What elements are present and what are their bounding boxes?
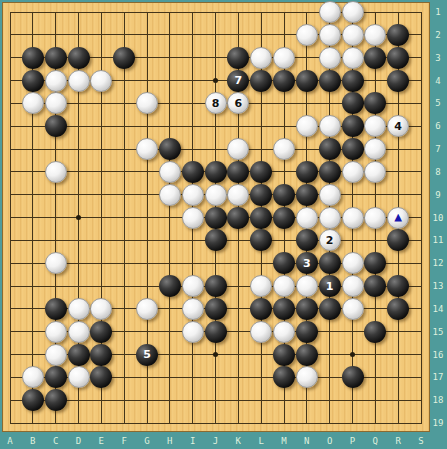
black-stone-move-3[interactable]: 3 [296, 252, 318, 274]
black-stone[interactable] [319, 298, 341, 320]
white-stone[interactable] [250, 47, 272, 69]
star-point [213, 78, 218, 83]
column-label: R [391, 436, 405, 446]
grid-vertical-line [421, 12, 422, 424]
grid-horizontal-line [10, 400, 422, 401]
black-stone[interactable] [205, 229, 227, 251]
white-stone[interactable] [319, 115, 341, 137]
star-point [213, 352, 218, 357]
white-stone[interactable] [342, 161, 364, 183]
row-label: 10 [430, 213, 446, 223]
white-stone[interactable] [273, 321, 295, 343]
black-stone[interactable] [296, 70, 318, 92]
black-stone[interactable] [45, 389, 67, 411]
move-number-label: 8 [212, 98, 220, 109]
star-point [350, 352, 355, 357]
black-stone[interactable] [250, 207, 272, 229]
black-stone[interactable] [90, 344, 112, 366]
white-stone[interactable] [45, 321, 67, 343]
black-stone[interactable] [342, 92, 364, 114]
white-stone[interactable] [364, 207, 386, 229]
triangle-marker-icon: ▲ [394, 210, 402, 223]
white-stone[interactable] [68, 70, 90, 92]
grid-vertical-line [10, 12, 11, 424]
column-label: L [254, 436, 268, 446]
row-label: 7 [430, 144, 446, 154]
black-stone[interactable] [250, 70, 272, 92]
white-stone[interactable] [319, 24, 341, 46]
black-stone-move-7[interactable]: 7 [227, 70, 249, 92]
column-label: K [231, 436, 245, 446]
move-number-label: 6 [235, 98, 243, 109]
column-label: H [163, 436, 177, 446]
white-stone[interactable] [45, 252, 67, 274]
white-stone[interactable] [319, 1, 341, 23]
column-label: D [72, 436, 86, 446]
white-stone[interactable] [342, 47, 364, 69]
white-stone[interactable] [136, 138, 158, 160]
white-stone[interactable] [342, 1, 364, 23]
move-number-label: 2 [326, 235, 334, 246]
black-stone[interactable] [227, 47, 249, 69]
star-point [76, 215, 81, 220]
column-label: P [346, 436, 360, 446]
white-stone[interactable] [319, 184, 341, 206]
black-stone[interactable] [227, 207, 249, 229]
white-stone[interactable] [342, 252, 364, 274]
black-stone[interactable] [159, 138, 181, 160]
black-stone[interactable] [68, 47, 90, 69]
black-stone[interactable] [22, 47, 44, 69]
black-stone[interactable] [296, 229, 318, 251]
move-number-label: 5 [143, 349, 151, 360]
white-stone[interactable] [364, 161, 386, 183]
white-stone[interactable] [250, 321, 272, 343]
black-stone[interactable] [319, 138, 341, 160]
black-stone[interactable] [296, 321, 318, 343]
column-label: Q [368, 436, 382, 446]
black-stone[interactable] [45, 47, 67, 69]
column-label: F [117, 436, 131, 446]
grid-horizontal-line [10, 423, 422, 424]
white-stone[interactable] [45, 70, 67, 92]
white-stone[interactable] [159, 161, 181, 183]
white-stone[interactable] [182, 184, 204, 206]
black-stone[interactable] [22, 389, 44, 411]
black-stone[interactable] [273, 70, 295, 92]
move-number-label: 3 [303, 258, 311, 269]
black-stone-move-1[interactable]: 1 [319, 275, 341, 297]
white-stone[interactable] [22, 366, 44, 388]
black-stone[interactable] [227, 161, 249, 183]
white-stone[interactable] [296, 275, 318, 297]
white-stone-move-8[interactable]: 8 [205, 92, 227, 114]
white-stone[interactable] [273, 47, 295, 69]
black-stone[interactable] [250, 298, 272, 320]
row-label: 8 [430, 167, 446, 177]
black-stone[interactable] [205, 321, 227, 343]
white-stone[interactable] [68, 321, 90, 343]
black-stone[interactable] [296, 344, 318, 366]
row-label: 5 [430, 98, 446, 108]
white-stone[interactable] [227, 184, 249, 206]
black-stone[interactable] [319, 70, 341, 92]
row-label: 17 [430, 372, 446, 382]
black-stone[interactable] [45, 366, 67, 388]
column-label: O [323, 436, 337, 446]
black-stone[interactable] [45, 115, 67, 137]
white-stone[interactable] [342, 24, 364, 46]
black-stone[interactable] [342, 366, 364, 388]
white-stone[interactable] [90, 298, 112, 320]
white-stone[interactable] [205, 184, 227, 206]
white-stone[interactable] [45, 344, 67, 366]
white-stone[interactable] [182, 321, 204, 343]
black-stone[interactable] [342, 138, 364, 160]
black-stone[interactable] [22, 70, 44, 92]
row-label: 4 [430, 76, 446, 86]
white-stone[interactable] [90, 70, 112, 92]
row-label: 19 [430, 418, 446, 428]
row-label: 15 [430, 327, 446, 337]
column-label: J [209, 436, 223, 446]
white-stone[interactable] [273, 138, 295, 160]
white-stone[interactable] [45, 92, 67, 114]
grid-vertical-line [124, 12, 125, 424]
column-label: E [94, 436, 108, 446]
white-stone[interactable] [45, 161, 67, 183]
black-stone[interactable] [45, 298, 67, 320]
black-stone[interactable] [182, 161, 204, 183]
black-stone[interactable] [364, 47, 386, 69]
black-stone[interactable] [364, 321, 386, 343]
black-stone[interactable] [68, 344, 90, 366]
white-stone[interactable] [296, 24, 318, 46]
column-label: C [49, 436, 63, 446]
white-stone[interactable] [342, 298, 364, 320]
white-stone[interactable] [342, 207, 364, 229]
black-stone[interactable] [296, 298, 318, 320]
white-stone[interactable] [182, 298, 204, 320]
white-stone[interactable] [22, 92, 44, 114]
column-label: N [300, 436, 314, 446]
black-stone[interactable] [387, 24, 409, 46]
grid-vertical-line [169, 12, 170, 424]
black-stone[interactable] [273, 207, 295, 229]
black-stone[interactable] [273, 252, 295, 274]
triangle-marked-stone[interactable]: ▲ [387, 207, 409, 229]
row-label: 14 [430, 304, 446, 314]
black-stone[interactable] [205, 207, 227, 229]
row-label: 16 [430, 350, 446, 360]
black-stone[interactable] [296, 184, 318, 206]
white-stone[interactable] [159, 184, 181, 206]
white-stone[interactable] [273, 275, 295, 297]
white-stone[interactable] [250, 275, 272, 297]
white-stone[interactable] [182, 275, 204, 297]
column-label: A [3, 436, 17, 446]
row-label: 6 [430, 121, 446, 131]
row-label: 1 [430, 7, 446, 17]
black-stone[interactable] [319, 161, 341, 183]
column-label: M [277, 436, 291, 446]
column-label: B [26, 436, 40, 446]
move-number-label: 4 [394, 121, 402, 132]
white-stone[interactable] [68, 298, 90, 320]
black-stone[interactable] [387, 298, 409, 320]
white-stone[interactable] [364, 24, 386, 46]
black-stone[interactable] [205, 161, 227, 183]
black-stone[interactable] [273, 298, 295, 320]
white-stone[interactable] [342, 275, 364, 297]
row-label: 12 [430, 258, 446, 268]
white-stone[interactable] [136, 298, 158, 320]
black-stone[interactable] [205, 275, 227, 297]
row-label: 9 [430, 190, 446, 200]
black-stone[interactable] [342, 70, 364, 92]
black-stone[interactable] [159, 275, 181, 297]
black-stone[interactable] [90, 321, 112, 343]
column-label: S [414, 436, 428, 446]
black-stone[interactable] [273, 184, 295, 206]
black-stone[interactable] [205, 298, 227, 320]
black-stone[interactable] [273, 344, 295, 366]
white-stone[interactable] [296, 115, 318, 137]
black-stone[interactable] [387, 70, 409, 92]
row-label: 13 [430, 281, 446, 291]
white-stone[interactable] [296, 207, 318, 229]
row-label: 18 [430, 395, 446, 405]
black-stone[interactable] [250, 161, 272, 183]
column-label: I [186, 436, 200, 446]
black-stone[interactable] [113, 47, 135, 69]
white-stone[interactable] [182, 207, 204, 229]
row-label: 2 [430, 30, 446, 40]
move-number-label: 7 [235, 75, 243, 86]
black-stone[interactable] [387, 47, 409, 69]
black-stone[interactable] [387, 275, 409, 297]
go-app-window: ABCDEFGHIJKLMNOPQRS123456789101112131415… [0, 0, 447, 449]
black-stone[interactable] [319, 252, 341, 274]
move-number-label: 1 [326, 281, 334, 292]
black-stone[interactable] [342, 115, 364, 137]
row-label: 3 [430, 53, 446, 63]
column-label: G [140, 436, 154, 446]
white-stone[interactable] [319, 207, 341, 229]
white-stone[interactable] [296, 366, 318, 388]
white-stone[interactable] [319, 47, 341, 69]
black-stone-move-5[interactable]: 5 [136, 344, 158, 366]
row-label: 11 [430, 235, 446, 245]
white-stone[interactable] [68, 366, 90, 388]
black-stone[interactable] [296, 161, 318, 183]
black-stone[interactable] [250, 184, 272, 206]
white-stone-move-2[interactable]: 2 [319, 229, 341, 251]
